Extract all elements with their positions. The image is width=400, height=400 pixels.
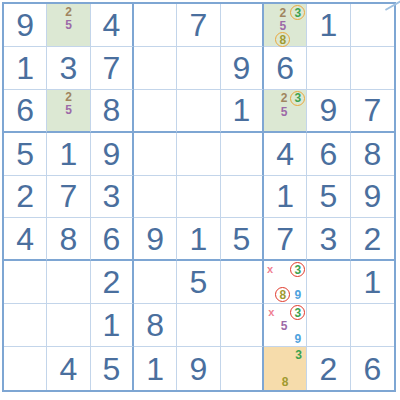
cell-r8c4[interactable]: 8: [134, 304, 177, 347]
cell-r6c1[interactable]: 4: [4, 218, 47, 261]
given-digit: 9: [190, 353, 208, 385]
given-digit: 9: [363, 180, 381, 212]
given-digit: 1: [60, 138, 78, 170]
cell-r1c2[interactable]: 25: [47, 4, 90, 47]
candidate-digit: 3: [294, 264, 301, 276]
candidate-digit: 9: [294, 333, 301, 345]
cell-r7c8[interactable]: [307, 261, 350, 304]
given-digit: 2: [102, 266, 120, 298]
cell-r9c9[interactable]: 6: [351, 347, 394, 390]
candidate-digit: 3: [294, 307, 301, 319]
cell-r8c6[interactable]: [221, 304, 264, 347]
candidate-grid: x359: [265, 305, 305, 345]
given-digit: 1: [363, 266, 381, 298]
candidate-grid: 25: [48, 91, 88, 130]
given-digit: 9: [320, 94, 338, 126]
given-digit: 3: [102, 180, 120, 212]
cell-r1c4[interactable]: [134, 4, 177, 47]
cell-r7c1[interactable]: [4, 261, 47, 304]
candidate-5: 5: [278, 320, 291, 332]
given-digit: 4: [16, 223, 34, 255]
candidate-8-circled-orange: 8: [275, 32, 290, 47]
cell-r6c9[interactable]: 2: [351, 218, 394, 261]
given-digit: 5: [16, 138, 34, 170]
red-circle-annotation: 8: [275, 287, 290, 302]
cell-r4c2[interactable]: 1: [47, 133, 90, 176]
candidate-8: 8: [278, 375, 291, 389]
cell-r7c2[interactable]: [47, 261, 90, 304]
cell-r2c6[interactable]: 9: [221, 47, 264, 90]
cell-r3c6[interactable]: 1: [221, 90, 264, 133]
cell-r5c6[interactable]: [221, 176, 264, 219]
cell-r5c9[interactable]: 9: [351, 176, 394, 219]
cell-r1c5[interactable]: 7: [177, 4, 220, 47]
given-digit: 1: [16, 52, 34, 84]
cell-r5c1[interactable]: 2: [4, 176, 47, 219]
cell-r6c3[interactable]: 6: [91, 218, 134, 261]
sudoku-board: 9254723581137966258123597519468273159486…: [2, 2, 396, 392]
cell-r9c5[interactable]: 9: [177, 347, 220, 390]
cell-r8c5[interactable]: [177, 304, 220, 347]
candidate-digit: 2: [65, 91, 72, 103]
cell-r4c9[interactable]: 8: [351, 133, 394, 176]
given-digit: 6: [16, 94, 34, 126]
cell-r2c4[interactable]: [134, 47, 177, 90]
candidate-digit: 2: [279, 7, 286, 19]
cell-r4c3[interactable]: 9: [91, 133, 134, 176]
cell-r5c5[interactable]: [177, 176, 220, 219]
given-digit: 9: [232, 52, 250, 84]
given-digit: 7: [60, 180, 78, 212]
cell-r4c6[interactable]: [221, 133, 264, 176]
given-digit: 2: [363, 223, 381, 255]
candidate-grid: 235: [265, 91, 305, 130]
cell-r7c3[interactable]: 2: [91, 261, 134, 304]
given-digit: 7: [102, 52, 120, 84]
given-digit: 4: [60, 353, 78, 385]
candidate-3: 3: [292, 348, 305, 362]
candidate-5: 5: [62, 104, 75, 117]
candidate-digit: 8: [279, 34, 286, 46]
candidate-digit: 5: [281, 106, 288, 118]
cell-r2c7[interactable]: 6: [264, 47, 307, 90]
given-digit: 2: [320, 353, 338, 385]
given-digit: 9: [102, 138, 120, 170]
cell-r3c8[interactable]: 9: [307, 90, 350, 133]
candidate-digit: 2: [281, 92, 288, 104]
cell-r4c8[interactable]: 6: [307, 133, 350, 176]
cell-r8c1[interactable]: [4, 304, 47, 347]
candidate-8-circled-red: 8: [275, 287, 290, 302]
cell-r8c2[interactable]: [47, 304, 90, 347]
candidate-5: 5: [278, 106, 291, 118]
cell-r3c5[interactable]: [177, 90, 220, 133]
cell-r2c9[interactable]: [351, 47, 394, 90]
cell-r5c8[interactable]: 5: [307, 176, 350, 219]
candidate-3-circled-orange: 3: [290, 91, 305, 106]
cell-r1c9[interactable]: [351, 4, 394, 47]
candidate-digit: 2: [65, 6, 72, 18]
cell-r7c9[interactable]: 1: [351, 261, 394, 304]
cell-r3c7[interactable]: 235: [264, 90, 307, 133]
red-circle-annotation: 3: [290, 305, 305, 320]
cell-r5c3[interactable]: 3: [91, 176, 134, 219]
cell-r5c4[interactable]: [134, 176, 177, 219]
candidate-grid: 25: [48, 5, 88, 45]
cell-r1c3[interactable]: 4: [91, 4, 134, 47]
cell-r6c5[interactable]: 1: [177, 218, 220, 261]
cell-r5c7[interactable]: 1: [264, 176, 307, 219]
candidate-digit: 5: [65, 104, 72, 116]
candidate-2: 2: [62, 5, 75, 18]
cell-r7c7[interactable]: x389: [264, 261, 307, 304]
cell-r8c7[interactable]: x359: [264, 304, 307, 347]
candidate-digit: 3: [294, 92, 301, 104]
given-digit: 8: [146, 309, 164, 341]
cell-r2c5[interactable]: [177, 47, 220, 90]
given-digit: 1: [190, 223, 208, 255]
candidate-2: 2: [278, 91, 291, 106]
cell-r2c1[interactable]: 1: [4, 47, 47, 90]
cell-r1c1[interactable]: 9: [4, 4, 47, 47]
candidate-digit: 8: [279, 289, 286, 301]
candidate-digit: 8: [282, 376, 289, 388]
candidate-3-circled-orange: 3: [290, 5, 305, 20]
given-digit: 5: [190, 266, 208, 298]
cell-r6c4[interactable]: 9: [134, 218, 177, 261]
cell-r6c8[interactable]: 3: [307, 218, 350, 261]
eliminated-x-mark: x: [265, 305, 278, 320]
cell-r9c7[interactable]: 38: [264, 347, 307, 390]
cell-r3c4[interactable]: [134, 90, 177, 133]
candidate-5: 5: [275, 20, 290, 32]
given-digit: 1: [146, 353, 164, 385]
cell-r9c8[interactable]: 2: [307, 347, 350, 390]
cell-r2c3[interactable]: 7: [91, 47, 134, 90]
given-digit: 5: [102, 353, 120, 385]
cell-r6c6[interactable]: 5: [221, 218, 264, 261]
orange-circle-annotation: 8: [275, 32, 290, 47]
given-digit: 8: [363, 138, 381, 170]
candidate-9: 9: [290, 333, 305, 345]
given-digit: 9: [146, 223, 164, 255]
candidate-grid: 38: [265, 348, 305, 389]
cell-r4c7[interactable]: 4: [264, 133, 307, 176]
candidate-digit: 3: [294, 7, 301, 19]
candidate-digit: 5: [281, 320, 288, 332]
given-digit: 8: [102, 94, 120, 126]
orange-circle-annotation: 3: [290, 91, 305, 106]
cell-r9c6[interactable]: [221, 347, 264, 390]
cell-r2c8[interactable]: [307, 47, 350, 90]
given-digit: 6: [276, 52, 294, 84]
cell-r4c5[interactable]: [177, 133, 220, 176]
candidate-digit: 9: [294, 289, 301, 301]
given-digit: 1: [102, 309, 120, 341]
given-digit: 9: [16, 9, 34, 41]
cell-r4c4[interactable]: [134, 133, 177, 176]
candidate-5: 5: [62, 18, 75, 31]
given-digit: 7: [363, 94, 381, 126]
eliminated-x-mark: x: [265, 262, 275, 277]
cell-r8c3[interactable]: 1: [91, 304, 134, 347]
candidate-3-circled-red: 3: [290, 262, 305, 277]
cell-r9c3[interactable]: 5: [91, 347, 134, 390]
cell-r7c6[interactable]: [221, 261, 264, 304]
given-digit: 6: [102, 223, 120, 255]
given-digit: 7: [276, 223, 294, 255]
cell-r3c9[interactable]: 7: [351, 90, 394, 133]
candidate-grid: 2358: [265, 5, 305, 45]
given-digit: 6: [320, 138, 338, 170]
given-digit: 1: [320, 9, 338, 41]
cell-r9c2[interactable]: 4: [47, 347, 90, 390]
cell-r8c9[interactable]: [351, 304, 394, 347]
given-digit: 8: [60, 223, 78, 255]
given-digit: 5: [320, 180, 338, 212]
given-digit: 6: [363, 353, 381, 385]
given-digit: 4: [276, 138, 294, 170]
cell-r1c6[interactable]: [221, 4, 264, 47]
given-digit: 3: [60, 52, 78, 84]
candidate-3-circled-red: 3: [290, 305, 305, 320]
orange-circle-annotation: 3: [290, 5, 305, 20]
cell-r9c4[interactable]: 1: [134, 347, 177, 390]
candidate-2: 2: [62, 91, 75, 104]
cell-r5c2[interactable]: 7: [47, 176, 90, 219]
red-circle-annotation: 3: [290, 262, 305, 277]
cell-r7c4[interactable]: [134, 261, 177, 304]
cell-r8c8[interactable]: [307, 304, 350, 347]
given-digit: 3: [320, 223, 338, 255]
cell-r3c3[interactable]: 8: [91, 90, 134, 133]
cell-r7c5[interactable]: 5: [177, 261, 220, 304]
candidate-grid: x389: [265, 262, 305, 302]
candidate-digit: 5: [65, 19, 72, 31]
given-digit: 4: [102, 9, 120, 41]
given-digit: 5: [232, 223, 250, 255]
candidate-digit: 3: [295, 349, 302, 361]
cell-r3c2[interactable]: 25: [47, 90, 90, 133]
cell-r3c1[interactable]: 6: [4, 90, 47, 133]
given-digit: 1: [232, 94, 250, 126]
candidate-digit: 5: [279, 20, 286, 32]
cell-r6c2[interactable]: 8: [47, 218, 90, 261]
candidate-2: 2: [275, 5, 290, 20]
cell-r4c1[interactable]: 5: [4, 133, 47, 176]
cell-r1c7[interactable]: 2358: [264, 4, 307, 47]
cell-r6c7[interactable]: 7: [264, 218, 307, 261]
cell-r9c1[interactable]: [4, 347, 47, 390]
cell-r1c8[interactable]: 1: [307, 4, 350, 47]
given-digit: 7: [190, 9, 208, 41]
given-digit: 2: [16, 180, 34, 212]
cell-r2c2[interactable]: 3: [47, 47, 90, 90]
candidate-9: 9: [290, 287, 305, 302]
given-digit: 1: [276, 180, 294, 212]
